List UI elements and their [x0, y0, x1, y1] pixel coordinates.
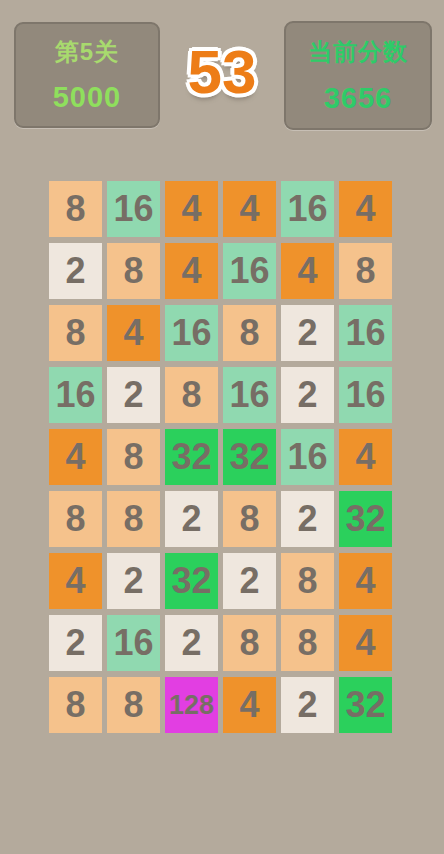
tile-r6c1-8[interactable]: 8: [49, 491, 102, 547]
tile-r9c4-4[interactable]: 4: [223, 677, 276, 733]
tile-r8c5-8[interactable]: 8: [281, 615, 334, 671]
tile-r8c4-8[interactable]: 8: [223, 615, 276, 671]
game-board[interactable]: 8164416428416488416821616281621648323216…: [49, 181, 392, 733]
tile-r8c6-4[interactable]: 4: [339, 615, 392, 671]
tile-r3c4-8[interactable]: 8: [223, 305, 276, 361]
score-value: 3656: [324, 82, 393, 115]
tile-r4c3-8[interactable]: 8: [165, 367, 218, 423]
tile-r1c3-4[interactable]: 4: [165, 181, 218, 237]
tile-r5c5-16[interactable]: 16: [281, 429, 334, 485]
tile-r1c6-4[interactable]: 4: [339, 181, 392, 237]
tile-r2c3-4[interactable]: 4: [165, 243, 218, 299]
tile-r7c3-32[interactable]: 32: [165, 553, 218, 609]
tile-r3c5-2[interactable]: 2: [281, 305, 334, 361]
tile-r7c2-2[interactable]: 2: [107, 553, 160, 609]
tile-r2c4-16[interactable]: 16: [223, 243, 276, 299]
tile-r5c4-32[interactable]: 32: [223, 429, 276, 485]
tile-r1c1-8[interactable]: 8: [49, 181, 102, 237]
tile-r6c5-2[interactable]: 2: [281, 491, 334, 547]
tile-r7c1-4[interactable]: 4: [49, 553, 102, 609]
score-box: 当前分数 3656: [284, 21, 432, 130]
tile-r9c2-8[interactable]: 8: [107, 677, 160, 733]
tile-r5c2-8[interactable]: 8: [107, 429, 160, 485]
tile-r9c1-8[interactable]: 8: [49, 677, 102, 733]
tile-r4c6-16[interactable]: 16: [339, 367, 392, 423]
tile-r9c3-128[interactable]: 128: [165, 677, 218, 733]
tile-r9c6-32[interactable]: 32: [339, 677, 392, 733]
game-screen: 第5关 5000 53 当前分数 3656 816441642841648841…: [0, 0, 444, 854]
tile-r5c1-4[interactable]: 4: [49, 429, 102, 485]
tile-r7c6-4[interactable]: 4: [339, 553, 392, 609]
tile-r6c6-32[interactable]: 32: [339, 491, 392, 547]
tile-r6c2-8[interactable]: 8: [107, 491, 160, 547]
tile-r1c2-16[interactable]: 16: [107, 181, 160, 237]
tile-r5c3-32[interactable]: 32: [165, 429, 218, 485]
tile-r9c5-2[interactable]: 2: [281, 677, 334, 733]
tile-r3c1-8[interactable]: 8: [49, 305, 102, 361]
tile-r7c5-8[interactable]: 8: [281, 553, 334, 609]
tile-r3c6-16[interactable]: 16: [339, 305, 392, 361]
tile-r4c1-16[interactable]: 16: [49, 367, 102, 423]
tile-r3c2-4[interactable]: 4: [107, 305, 160, 361]
tile-r7c4-2[interactable]: 2: [223, 553, 276, 609]
tile-r2c5-4[interactable]: 4: [281, 243, 334, 299]
tile-r4c4-16[interactable]: 16: [223, 367, 276, 423]
tile-r2c1-2[interactable]: 2: [49, 243, 102, 299]
tile-r1c5-16[interactable]: 16: [281, 181, 334, 237]
tile-r3c3-16[interactable]: 16: [165, 305, 218, 361]
tile-r8c1-2[interactable]: 2: [49, 615, 102, 671]
tile-r1c4-4[interactable]: 4: [223, 181, 276, 237]
tile-r4c5-2[interactable]: 2: [281, 367, 334, 423]
tile-r8c3-2[interactable]: 2: [165, 615, 218, 671]
tile-r2c6-8[interactable]: 8: [339, 243, 392, 299]
tile-r6c4-8[interactable]: 8: [223, 491, 276, 547]
tile-r2c2-8[interactable]: 8: [107, 243, 160, 299]
tile-r8c2-16[interactable]: 16: [107, 615, 160, 671]
tile-r6c3-2[interactable]: 2: [165, 491, 218, 547]
tile-r5c6-4[interactable]: 4: [339, 429, 392, 485]
score-label: 当前分数: [308, 36, 408, 68]
tile-r4c2-2[interactable]: 2: [107, 367, 160, 423]
